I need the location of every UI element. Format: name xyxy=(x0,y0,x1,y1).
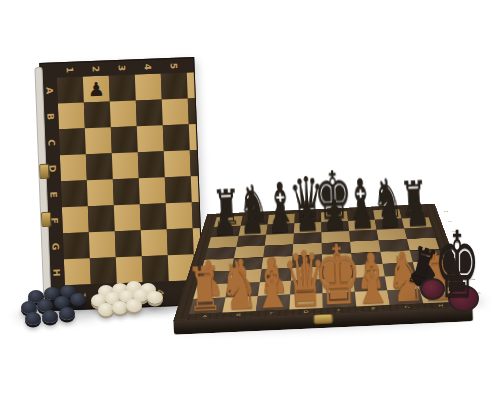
piece-wood-knight-b1[interactable]: ♞ xyxy=(218,259,259,314)
checkers-black-group xyxy=(16,284,96,330)
square-e2[interactable]: ♟ xyxy=(322,278,355,293)
folded-board-square xyxy=(111,126,138,153)
square-g7[interactable]: ♟ xyxy=(375,218,404,229)
square-f6[interactable] xyxy=(349,230,378,242)
folded-board-square xyxy=(86,153,113,180)
square-d1[interactable]: ♛ xyxy=(289,293,322,309)
folded-board-square xyxy=(161,72,188,99)
piece-black-pawn-b7[interactable]: ♟ xyxy=(239,202,265,237)
square-a1[interactable]: ♜ xyxy=(189,298,226,314)
square-a5[interactable] xyxy=(205,247,237,260)
square-f3[interactable] xyxy=(352,264,384,278)
folded-board-square xyxy=(163,124,190,151)
coordinate-label: 1 xyxy=(62,58,77,77)
square-a4[interactable] xyxy=(201,258,234,272)
checker-white-disc[interactable] xyxy=(126,299,142,312)
square-a7[interactable]: ♟ xyxy=(211,226,241,237)
board-front-edge xyxy=(173,306,473,335)
square-d8[interactable]: ♛ xyxy=(294,213,321,224)
latch-icon xyxy=(313,314,333,325)
folded-board-square xyxy=(84,101,111,128)
piece-wood-pawn-d2[interactable]: ♟ xyxy=(291,255,321,296)
square-e3[interactable] xyxy=(322,265,353,279)
piece-black-pawn-a7[interactable]: ♟ xyxy=(211,203,237,238)
square-f2[interactable]: ♟ xyxy=(354,276,388,291)
folded-board-square xyxy=(59,128,86,155)
folded-board-square xyxy=(109,74,136,101)
folded-board-square xyxy=(63,232,90,259)
square-g6[interactable] xyxy=(377,228,407,240)
square-c4[interactable] xyxy=(262,256,293,270)
square-e4[interactable] xyxy=(322,253,352,266)
square-b5[interactable] xyxy=(234,246,265,259)
folded-board-square xyxy=(162,98,189,125)
square-d2[interactable]: ♟ xyxy=(290,279,322,294)
folded-board-square xyxy=(187,72,202,98)
piece-black-pawn-d7[interactable]: ♟ xyxy=(294,199,320,234)
square-b4[interactable] xyxy=(231,257,263,271)
folded-board-square xyxy=(112,152,139,179)
piece-wood-king-e1[interactable]: ♚ xyxy=(313,242,363,310)
square-g5[interactable] xyxy=(378,239,409,252)
square-c1[interactable]: ♝ xyxy=(256,295,290,311)
product-photo: 12345678 ABCDEFGH 12345678 ♟ ♜♞♝♛♚♝♞♜♟♟♟… xyxy=(0,0,500,400)
folded-board-square xyxy=(115,230,142,257)
square-e1[interactable]: ♚ xyxy=(323,292,357,308)
coordinate-label: E xyxy=(323,307,357,313)
folded-board-square xyxy=(89,231,116,258)
piece-black-knight-b8[interactable]: ♞ xyxy=(237,183,270,227)
coordinate-label: F xyxy=(356,306,390,312)
piece-wood-pawn-e2[interactable]: ♟ xyxy=(323,253,353,294)
folded-board-square xyxy=(60,154,87,181)
square-a3[interactable] xyxy=(197,271,231,285)
square-d4[interactable] xyxy=(292,254,322,267)
piece-wood-bishop-f1[interactable]: ♝ xyxy=(351,251,393,308)
square-c6[interactable] xyxy=(265,233,294,245)
square-b1[interactable]: ♞ xyxy=(222,296,257,312)
square-a6[interactable] xyxy=(208,236,239,248)
piece-wood-bishop-c1[interactable]: ♝ xyxy=(251,255,293,312)
square-a2[interactable]: ♟ xyxy=(193,284,228,299)
square-b3[interactable] xyxy=(229,269,262,283)
board-fold-seam xyxy=(203,249,441,261)
piece-wood-pawn-f2[interactable]: ♟ xyxy=(355,252,385,293)
piece-black-knight-g8[interactable]: ♞ xyxy=(371,177,404,221)
piece-black-pawn-g7[interactable]: ♟ xyxy=(377,196,403,231)
checker-black-disc[interactable] xyxy=(25,312,41,325)
coordinate-label: 2 xyxy=(88,58,103,77)
square-a8[interactable]: ♜ xyxy=(214,216,243,227)
folded-board-square xyxy=(110,100,137,127)
piece-wood-queen-d1[interactable]: ♛ xyxy=(281,248,328,311)
folded-board-square xyxy=(137,125,164,152)
coordinate-label: A xyxy=(187,313,222,319)
coordinate-label: B xyxy=(221,312,256,318)
square-c2[interactable]: ♟ xyxy=(258,281,291,296)
folded-board-square xyxy=(57,76,84,103)
square-e8[interactable]: ♚ xyxy=(321,211,348,222)
square-f4[interactable] xyxy=(351,252,382,265)
square-c3[interactable] xyxy=(260,268,292,282)
square-d5[interactable] xyxy=(293,243,322,256)
piece-wood-rook-a1[interactable]: ♜ xyxy=(186,265,223,315)
square-d3[interactable] xyxy=(291,266,322,280)
square-f8[interactable]: ♝ xyxy=(347,210,375,221)
folded-board-square xyxy=(113,178,140,205)
checker-black-disc[interactable] xyxy=(59,307,75,320)
square-b8[interactable]: ♞ xyxy=(241,215,269,226)
folded-board-square xyxy=(88,205,115,232)
square-g8[interactable]: ♞ xyxy=(373,209,401,220)
piece-black-pawn-c7[interactable]: ♟ xyxy=(266,201,292,236)
folded-board-square xyxy=(61,180,88,207)
square-c5[interactable] xyxy=(263,244,293,257)
square-b7[interactable]: ♟ xyxy=(239,225,268,236)
piece-black-bishop-f8[interactable]: ♝ xyxy=(344,177,378,223)
folded-board-square: ♟ xyxy=(83,75,110,102)
piece-black-pawn-e7[interactable]: ♟ xyxy=(322,198,348,233)
piece-wood-pawn-b2[interactable]: ♟ xyxy=(226,258,256,299)
square-c7[interactable]: ♟ xyxy=(266,223,294,234)
folded-board-square xyxy=(62,206,89,233)
square-e5[interactable] xyxy=(322,242,352,255)
coordinate-label: D xyxy=(289,309,323,315)
square-d6[interactable] xyxy=(293,232,321,244)
square-b6[interactable] xyxy=(236,235,266,247)
folded-board-square xyxy=(114,204,141,231)
piece-wood-pawn-c2[interactable]: ♟ xyxy=(258,256,288,297)
folded-board-square xyxy=(85,127,112,154)
square-f7[interactable]: ♟ xyxy=(348,220,377,231)
folded-board-square xyxy=(135,73,162,100)
pawn-logo-icon: ♟ xyxy=(83,75,110,102)
folded-board-square xyxy=(136,99,163,126)
coordinate-label: C xyxy=(255,310,289,316)
square-d7[interactable]: ♟ xyxy=(294,222,322,233)
piece-black-pawn-f7[interactable]: ♟ xyxy=(349,197,375,232)
folded-board-square xyxy=(58,102,85,129)
checker-black-disc[interactable] xyxy=(42,310,58,323)
piece-wood-pawn-a2[interactable]: ♟ xyxy=(194,259,224,300)
piece-black-rook-h8[interactable]: ♜ xyxy=(399,179,429,219)
square-e6[interactable] xyxy=(321,231,350,243)
folded-board-square xyxy=(189,123,202,150)
square-g4[interactable] xyxy=(380,250,412,263)
square-b2[interactable]: ♟ xyxy=(226,282,260,297)
piece-black-king-e8[interactable]: ♚ xyxy=(313,169,353,224)
folded-board-square xyxy=(188,97,202,124)
piece-black-queen-d8[interactable]: ♛ xyxy=(288,174,325,225)
square-f5[interactable] xyxy=(350,240,380,253)
square-e7[interactable]: ♟ xyxy=(321,221,349,232)
square-f1[interactable]: ♝ xyxy=(355,290,390,306)
piece-black-rook-a8[interactable]: ♜ xyxy=(212,188,242,228)
checker-black-disc[interactable] xyxy=(70,293,86,306)
square-c8[interactable]: ♝ xyxy=(268,214,295,225)
folded-board-square xyxy=(87,179,114,206)
offboard-black-king[interactable]: ♚ xyxy=(434,230,460,302)
piece-black-bishop-c8[interactable]: ♝ xyxy=(263,180,297,226)
